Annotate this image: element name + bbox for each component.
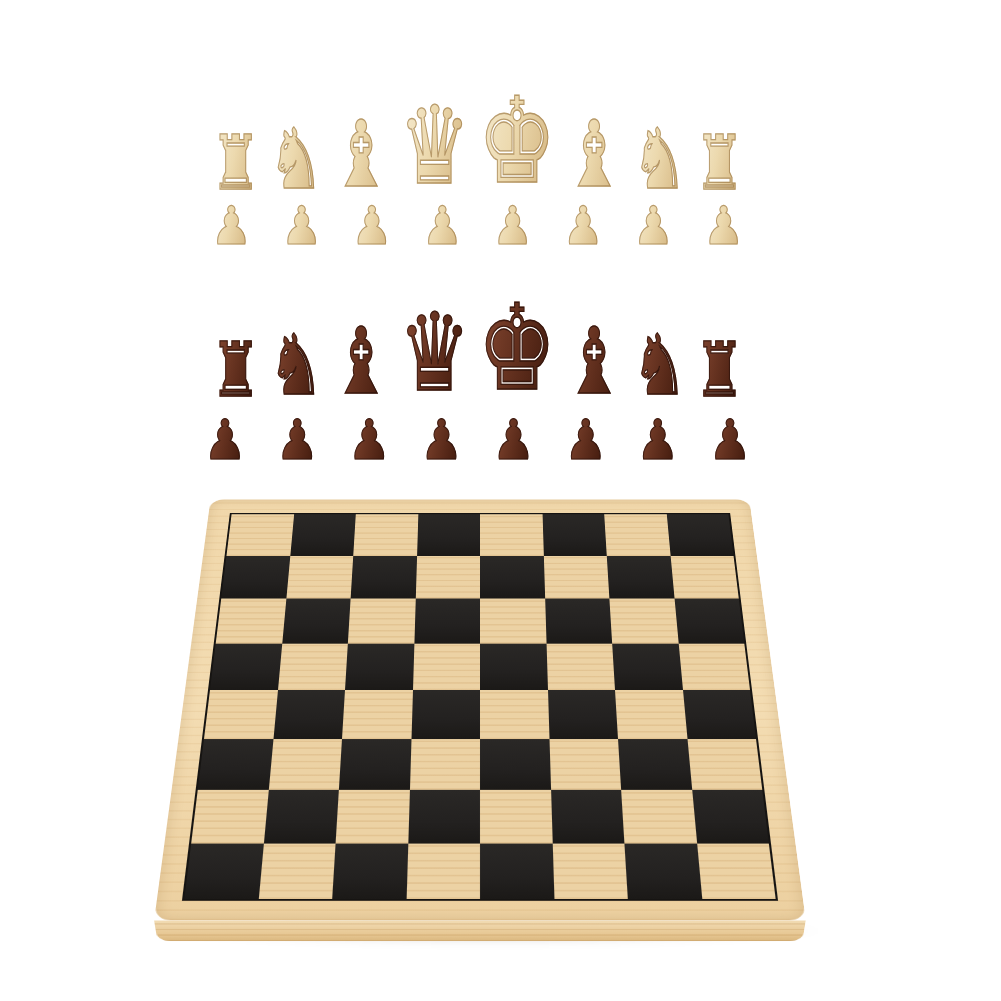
white-pawn[interactable]: ♟ — [492, 199, 533, 252]
square-b8[interactable] — [290, 514, 356, 555]
white-king[interactable]: ♚ — [477, 82, 556, 201]
square-e1[interactable] — [480, 843, 554, 899]
square-e2[interactable] — [480, 790, 552, 843]
square-a5[interactable] — [210, 643, 282, 690]
square-g5[interactable] — [612, 643, 682, 690]
chess-board — [154, 499, 806, 920]
square-b6[interactable] — [282, 599, 351, 644]
square-a6[interactable] — [216, 599, 286, 644]
white-bishop[interactable]: ♝ — [563, 109, 624, 201]
square-h1[interactable] — [697, 843, 776, 899]
square-d1[interactable] — [406, 843, 480, 899]
square-d5[interactable] — [413, 643, 481, 690]
white-pawn[interactable]: ♟ — [703, 199, 744, 252]
square-b1[interactable] — [258, 843, 335, 899]
square-g2[interactable] — [621, 790, 696, 843]
white-pawn[interactable]: ♟ — [633, 199, 674, 252]
square-d4[interactable] — [411, 690, 480, 739]
square-h7[interactable] — [670, 556, 739, 599]
white-pawn[interactable]: ♟ — [281, 199, 322, 252]
white-pawn[interactable]: ♟ — [422, 199, 463, 252]
square-f7[interactable] — [543, 556, 609, 599]
square-f8[interactable] — [542, 514, 607, 555]
square-h8[interactable] — [666, 514, 733, 555]
board-frame — [154, 499, 806, 920]
black-king[interactable]: ♚ — [477, 289, 556, 408]
white-queen[interactable]: ♛ — [399, 93, 471, 201]
square-c3[interactable] — [339, 739, 411, 790]
square-e6[interactable] — [480, 599, 546, 644]
square-d7[interactable] — [415, 556, 480, 599]
square-a3[interactable] — [198, 739, 273, 790]
product-photo-stage: ♜ ♞ ♝ ♛ ♚ ♝ ♞ ♜ ♟ ♟ ♟ ♟ ♟ ♟ ♟ ♟ ♜ ♞ ♝ ♛ … — [0, 0, 1001, 1001]
white-pawn-tray: ♟ ♟ ♟ ♟ ♟ ♟ ♟ ♟ — [0, 206, 978, 252]
white-pawn[interactable]: ♟ — [562, 199, 603, 252]
white-knight[interactable]: ♞ — [268, 117, 324, 201]
square-b4[interactable] — [273, 690, 345, 739]
white-rook[interactable]: ♜ — [211, 125, 261, 201]
square-e5[interactable] — [480, 643, 548, 690]
square-f4[interactable] — [548, 690, 618, 739]
square-e7[interactable] — [480, 556, 545, 599]
square-c7[interactable] — [351, 556, 417, 599]
square-e4[interactable] — [480, 690, 549, 739]
square-g7[interactable] — [607, 556, 674, 599]
square-d2[interactable] — [408, 790, 480, 843]
square-g8[interactable] — [604, 514, 670, 555]
white-back-rank-tray: ♜ ♞ ♝ ♛ ♚ ♝ ♞ ♜ — [0, 113, 978, 201]
board-grid — [182, 513, 778, 901]
white-pawn[interactable]: ♟ — [211, 199, 252, 252]
square-g1[interactable] — [624, 843, 701, 899]
square-g3[interactable] — [618, 739, 692, 790]
square-e3[interactable] — [480, 739, 551, 790]
square-a2[interactable] — [191, 790, 268, 843]
square-b2[interactable] — [263, 790, 338, 843]
white-knight[interactable]: ♞ — [632, 117, 688, 201]
white-rook[interactable]: ♜ — [694, 125, 744, 201]
square-h4[interactable] — [683, 690, 756, 739]
square-c5[interactable] — [345, 643, 414, 690]
square-d6[interactable] — [414, 599, 480, 644]
board-front-edge — [154, 920, 806, 941]
white-pawn[interactable]: ♟ — [351, 199, 392, 252]
square-f2[interactable] — [551, 790, 625, 843]
square-a4[interactable] — [204, 690, 277, 739]
square-b3[interactable] — [268, 739, 342, 790]
square-h2[interactable] — [692, 790, 769, 843]
square-g6[interactable] — [609, 599, 678, 644]
square-g4[interactable] — [615, 690, 687, 739]
square-a1[interactable] — [184, 843, 263, 899]
square-b5[interactable] — [278, 643, 348, 690]
square-h3[interactable] — [687, 739, 762, 790]
square-e8[interactable] — [480, 514, 543, 555]
square-f5[interactable] — [546, 643, 615, 690]
black-queen[interactable]: ♛ — [399, 300, 471, 408]
square-d8[interactable] — [417, 514, 480, 555]
square-c2[interactable] — [336, 790, 410, 843]
square-c1[interactable] — [332, 843, 408, 899]
square-c6[interactable] — [348, 599, 415, 644]
square-c4[interactable] — [342, 690, 412, 739]
square-f3[interactable] — [549, 739, 621, 790]
square-h6[interactable] — [674, 599, 744, 644]
square-d3[interactable] — [409, 739, 480, 790]
white-bishop[interactable]: ♝ — [331, 109, 392, 201]
square-a8[interactable] — [226, 514, 293, 555]
square-h5[interactable] — [678, 643, 750, 690]
square-c8[interactable] — [353, 514, 418, 555]
square-b7[interactable] — [286, 556, 353, 599]
square-f6[interactable] — [545, 599, 612, 644]
board-scene — [185, 395, 775, 985]
square-a7[interactable] — [221, 556, 290, 599]
square-f1[interactable] — [552, 843, 628, 899]
